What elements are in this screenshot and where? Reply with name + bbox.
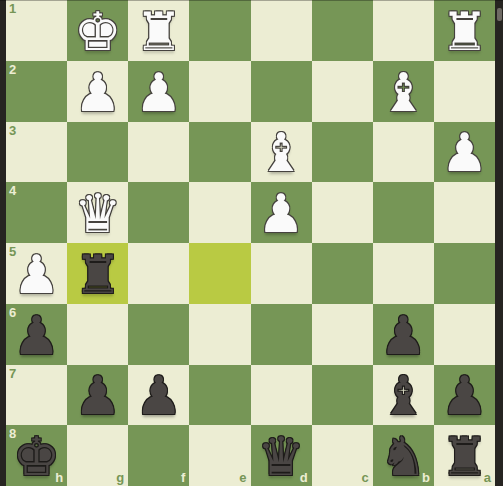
square-h4[interactable]: 4 xyxy=(6,182,67,243)
square-e3[interactable] xyxy=(189,122,250,183)
file-label-e: e xyxy=(239,471,246,484)
square-c7[interactable] xyxy=(312,365,373,426)
square-c5[interactable] xyxy=(312,243,373,304)
rank-label-8: 8 xyxy=(9,427,16,440)
file-label-g: g xyxy=(116,471,124,484)
square-e6[interactable] xyxy=(189,304,250,365)
square-e2[interactable] xyxy=(189,61,250,122)
scrollbar-thumb[interactable] xyxy=(497,8,502,21)
rank-label-1: 1 xyxy=(9,2,16,15)
white-rook[interactable]: ♜ xyxy=(135,5,183,58)
white-bishop[interactable]: ♝ xyxy=(257,126,305,179)
square-a8[interactable]: ♜a xyxy=(434,425,495,486)
square-d4[interactable]: ♟ xyxy=(251,182,312,243)
square-f5[interactable] xyxy=(128,243,189,304)
square-h6[interactable]: ♟6 xyxy=(6,304,67,365)
square-g2[interactable]: ♟ xyxy=(67,61,128,122)
square-b5[interactable] xyxy=(373,243,434,304)
square-h1[interactable]: 1 xyxy=(6,0,67,61)
square-g8[interactable]: g xyxy=(67,425,128,486)
square-e1[interactable] xyxy=(189,0,250,61)
rank-label-4: 4 xyxy=(9,184,16,197)
white-king[interactable]: ♚ xyxy=(74,5,122,58)
file-label-c: c xyxy=(362,471,369,484)
black-pawn[interactable]: ♟ xyxy=(380,309,428,362)
file-label-a: a xyxy=(484,471,491,484)
white-pawn[interactable]: ♟ xyxy=(135,66,183,119)
square-h7[interactable]: 7 xyxy=(6,365,67,426)
rank-label-2: 2 xyxy=(9,63,16,76)
square-f6[interactable] xyxy=(128,304,189,365)
square-b1[interactable] xyxy=(373,0,434,61)
square-c6[interactable] xyxy=(312,304,373,365)
white-pawn[interactable]: ♟ xyxy=(257,187,305,240)
white-queen[interactable]: ♛ xyxy=(74,187,122,240)
black-pawn[interactable]: ♟ xyxy=(441,369,489,422)
square-h5[interactable]: ♟5 xyxy=(6,243,67,304)
square-f7[interactable]: ♟ xyxy=(128,365,189,426)
square-f4[interactable] xyxy=(128,182,189,243)
rank-label-6: 6 xyxy=(9,306,16,319)
white-pawn[interactable]: ♟ xyxy=(441,126,489,179)
black-king[interactable]: ♚ xyxy=(13,430,61,483)
square-h8[interactable]: ♚8h xyxy=(6,425,67,486)
black-bishop[interactable]: ♝ xyxy=(380,369,428,422)
square-h3[interactable]: 3 xyxy=(6,122,67,183)
board-top-edge xyxy=(0,0,503,1)
square-f1[interactable]: ♜ xyxy=(128,0,189,61)
square-d8[interactable]: ♛d xyxy=(251,425,312,486)
black-rook[interactable]: ♜ xyxy=(74,248,122,301)
square-h2[interactable]: 2 xyxy=(6,61,67,122)
square-g1[interactable]: ♚ xyxy=(67,0,128,61)
square-a4[interactable] xyxy=(434,182,495,243)
black-knight[interactable]: ♞ xyxy=(380,430,428,483)
square-e7[interactable] xyxy=(189,365,250,426)
rank-label-7: 7 xyxy=(9,367,16,380)
square-b7[interactable]: ♝ xyxy=(373,365,434,426)
square-c2[interactable] xyxy=(312,61,373,122)
white-pawn[interactable]: ♟ xyxy=(13,248,61,301)
square-e8[interactable]: e xyxy=(189,425,250,486)
white-pawn[interactable]: ♟ xyxy=(74,66,122,119)
file-label-h: h xyxy=(55,471,63,484)
black-queen[interactable]: ♛ xyxy=(257,430,305,483)
square-g5[interactable]: ♜ xyxy=(67,243,128,304)
square-b4[interactable] xyxy=(373,182,434,243)
square-d2[interactable] xyxy=(251,61,312,122)
rank-label-3: 3 xyxy=(9,124,16,137)
black-rook[interactable]: ♜ xyxy=(441,430,489,483)
square-e4[interactable] xyxy=(189,182,250,243)
black-pawn[interactable]: ♟ xyxy=(135,369,183,422)
black-pawn[interactable]: ♟ xyxy=(13,309,61,362)
file-label-d: d xyxy=(300,471,308,484)
square-d6[interactable] xyxy=(251,304,312,365)
square-d3[interactable]: ♝ xyxy=(251,122,312,183)
square-b8[interactable]: ♞b xyxy=(373,425,434,486)
square-a1[interactable]: ♜ xyxy=(434,0,495,61)
square-g3[interactable] xyxy=(67,122,128,183)
square-a2[interactable] xyxy=(434,61,495,122)
square-a6[interactable] xyxy=(434,304,495,365)
chess-board: 1♚♜♜2♟♟♝3♝♟4♛♟♟5♜♟6♟7♟♟♝♟♚8hgfe♛dc♞b♜a xyxy=(6,0,495,486)
square-c4[interactable] xyxy=(312,182,373,243)
square-g4[interactable]: ♛ xyxy=(67,182,128,243)
rank-label-5: 5 xyxy=(9,245,16,258)
square-d5[interactable] xyxy=(251,243,312,304)
white-rook[interactable]: ♜ xyxy=(441,5,489,58)
square-a3[interactable]: ♟ xyxy=(434,122,495,183)
square-f8[interactable]: f xyxy=(128,425,189,486)
black-pawn[interactable]: ♟ xyxy=(74,369,122,422)
square-a5[interactable] xyxy=(434,243,495,304)
square-b3[interactable] xyxy=(373,122,434,183)
square-g7[interactable]: ♟ xyxy=(67,365,128,426)
square-f2[interactable]: ♟ xyxy=(128,61,189,122)
square-d1[interactable] xyxy=(251,0,312,61)
square-d7[interactable] xyxy=(251,365,312,426)
square-g6[interactable] xyxy=(67,304,128,365)
square-b6[interactable]: ♟ xyxy=(373,304,434,365)
file-label-b: b xyxy=(422,471,430,484)
square-c1[interactable] xyxy=(312,0,373,61)
square-b2[interactable]: ♝ xyxy=(373,61,434,122)
square-c3[interactable] xyxy=(312,122,373,183)
square-c8[interactable]: c xyxy=(312,425,373,486)
square-a7[interactable]: ♟ xyxy=(434,365,495,426)
square-e5[interactable] xyxy=(189,243,250,304)
white-bishop[interactable]: ♝ xyxy=(380,66,428,119)
file-label-f: f xyxy=(181,471,185,484)
square-f3[interactable] xyxy=(128,122,189,183)
